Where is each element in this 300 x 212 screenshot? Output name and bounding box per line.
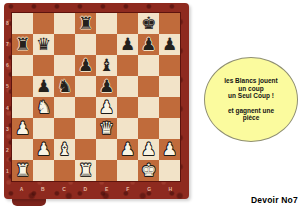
file-label-a: A (11, 184, 32, 193)
square-d4[interactable] (75, 97, 96, 118)
piece-black-king: ♚ (141, 13, 156, 34)
square-h1[interactable] (159, 160, 180, 181)
square-g3[interactable] (138, 118, 159, 139)
piece-black-pawn: ♟ (78, 55, 93, 76)
square-e3[interactable]: ♛ (96, 118, 117, 139)
square-c5[interactable]: ♞ (54, 76, 75, 97)
square-c6[interactable] (54, 55, 75, 76)
file-labels: ABCDEFGH (11, 184, 181, 193)
piece-white-pawn: ♟ (162, 139, 177, 160)
square-g8[interactable]: ♚ (138, 13, 159, 34)
square-h7[interactable]: ♟ (159, 34, 180, 55)
piece-black-pawn: ♟ (120, 34, 135, 55)
file-label-f: F (117, 184, 138, 193)
rank-label-3: 3 (4, 118, 11, 139)
square-f1[interactable] (117, 160, 138, 181)
piece-white-pawn: ♟ (120, 139, 135, 160)
file-label-d: D (75, 184, 96, 193)
square-c4[interactable] (54, 97, 75, 118)
square-d5[interactable] (75, 76, 96, 97)
piece-white-rook: ♜ (78, 160, 93, 181)
piece-black-rook: ♜ (78, 13, 93, 34)
square-d6[interactable]: ♟ (75, 55, 96, 76)
square-e5[interactable]: ♟ (96, 76, 117, 97)
piece-black-pawn: ♟ (36, 76, 51, 97)
square-f7[interactable]: ♟ (117, 34, 138, 55)
square-b1[interactable] (33, 160, 54, 181)
annotation-line: les Blancs jouent (205, 77, 297, 84)
file-label-c: C (54, 184, 75, 193)
piece-black-knight: ♞ (57, 76, 72, 97)
square-f6[interactable] (117, 55, 138, 76)
piece-white-knight: ♞ (36, 97, 51, 118)
square-b2[interactable]: ♟ (33, 139, 54, 160)
square-f3[interactable] (117, 118, 138, 139)
rank-labels: 87654321 (4, 12, 11, 182)
square-e4[interactable]: ♟ (96, 97, 117, 118)
rank-label-7: 7 (4, 33, 11, 54)
file-label-e: E (96, 184, 117, 193)
square-a8[interactable] (12, 13, 33, 34)
square-b4[interactable]: ♞ (33, 97, 54, 118)
piece-black-pawn: ♟ (162, 34, 177, 55)
square-c1[interactable] (54, 160, 75, 181)
square-b7[interactable]: ♛ (33, 34, 54, 55)
square-b3[interactable] (33, 118, 54, 139)
square-h2[interactable]: ♟ (159, 139, 180, 160)
square-a2[interactable] (12, 139, 33, 160)
square-h8[interactable] (159, 13, 180, 34)
puzzle-annotation-bubble: les Blancs jouent un coup un Seul Coup !… (204, 57, 298, 142)
rank-label-4: 4 (4, 97, 11, 118)
piece-white-pawn: ♟ (99, 97, 114, 118)
square-d2[interactable] (75, 139, 96, 160)
square-f2[interactable]: ♟ (117, 139, 138, 160)
square-d3[interactable] (75, 118, 96, 139)
square-h6[interactable] (159, 55, 180, 76)
piece-black-queen: ♛ (36, 34, 51, 55)
piece-white-bishop: ♝ (57, 139, 72, 160)
square-e7[interactable] (96, 34, 117, 55)
square-e1[interactable] (96, 160, 117, 181)
piece-white-pawn: ♟ (141, 139, 156, 160)
annotation-line: pièce (205, 114, 297, 121)
chess-board: ♜♚♜♛♟♟♟♟♝♟♞♟♞♟♟♛♟♝♟♟♟♜♜♚ (11, 12, 181, 182)
square-f4[interactable] (117, 97, 138, 118)
square-a3[interactable]: ♟ (12, 118, 33, 139)
square-h5[interactable] (159, 76, 180, 97)
square-g7[interactable]: ♟ (138, 34, 159, 55)
piece-black-pawn: ♟ (141, 34, 156, 55)
annotation-line: un coup (205, 85, 297, 92)
square-b5[interactable]: ♟ (33, 76, 54, 97)
square-h3[interactable] (159, 118, 180, 139)
square-c8[interactable] (54, 13, 75, 34)
square-a1[interactable]: ♜ (12, 160, 33, 181)
square-e2[interactable] (96, 139, 117, 160)
square-b8[interactable] (33, 13, 54, 34)
square-g6[interactable] (138, 55, 159, 76)
file-label-b: B (32, 184, 53, 193)
exercise-label: Devoir No7 (251, 195, 298, 205)
piece-black-bishop: ♝ (99, 55, 114, 76)
square-g2[interactable]: ♟ (138, 139, 159, 160)
square-h4[interactable] (159, 97, 180, 118)
file-label-h: H (160, 184, 181, 193)
square-b6[interactable] (33, 55, 54, 76)
board-frame: 87654321 ABCDEFGH ♜♚♜♛♟♟♟♟♝♟♞♟♞♟♟♛♟♝♟♟♟♜… (4, 3, 189, 199)
rank-label-2: 2 (4, 140, 11, 161)
piece-white-pawn: ♟ (36, 139, 51, 160)
square-f8[interactable] (117, 13, 138, 34)
file-label-g: G (139, 184, 160, 193)
square-c7[interactable] (54, 34, 75, 55)
square-g1[interactable]: ♚ (138, 160, 159, 181)
annotation-line: et gagnent une (205, 107, 297, 114)
rank-label-1: 1 (4, 161, 11, 182)
square-d1[interactable]: ♜ (75, 160, 96, 181)
square-a4[interactable] (12, 97, 33, 118)
square-e6[interactable]: ♝ (96, 55, 117, 76)
page: 87654321 ABCDEFGH ♜♚♜♛♟♟♟♟♝♟♞♟♞♟♟♛♟♝♟♟♟♜… (0, 0, 300, 212)
piece-white-king: ♚ (141, 160, 156, 181)
rank-label-6: 6 (4, 55, 11, 76)
piece-black-rook: ♜ (15, 34, 30, 55)
square-c2[interactable]: ♝ (54, 139, 75, 160)
square-a5[interactable] (12, 76, 33, 97)
square-a6[interactable] (12, 55, 33, 76)
square-g4[interactable] (138, 97, 159, 118)
rank-label-5: 5 (4, 76, 11, 97)
piece-white-pawn: ♟ (15, 118, 30, 139)
annotation-line (205, 100, 297, 107)
piece-white-rook: ♜ (15, 160, 30, 181)
square-a7[interactable]: ♜ (12, 34, 33, 55)
square-d7[interactable] (75, 34, 96, 55)
square-d8[interactable]: ♜ (75, 13, 96, 34)
piece-black-pawn: ♟ (99, 76, 114, 97)
piece-white-queen: ♛ (99, 118, 114, 139)
annotation-line: un Seul Coup ! (205, 92, 297, 99)
square-f5[interactable] (117, 76, 138, 97)
square-e8[interactable] (96, 13, 117, 34)
rank-label-8: 8 (4, 12, 11, 33)
square-c3[interactable] (54, 118, 75, 139)
square-g5[interactable] (138, 76, 159, 97)
